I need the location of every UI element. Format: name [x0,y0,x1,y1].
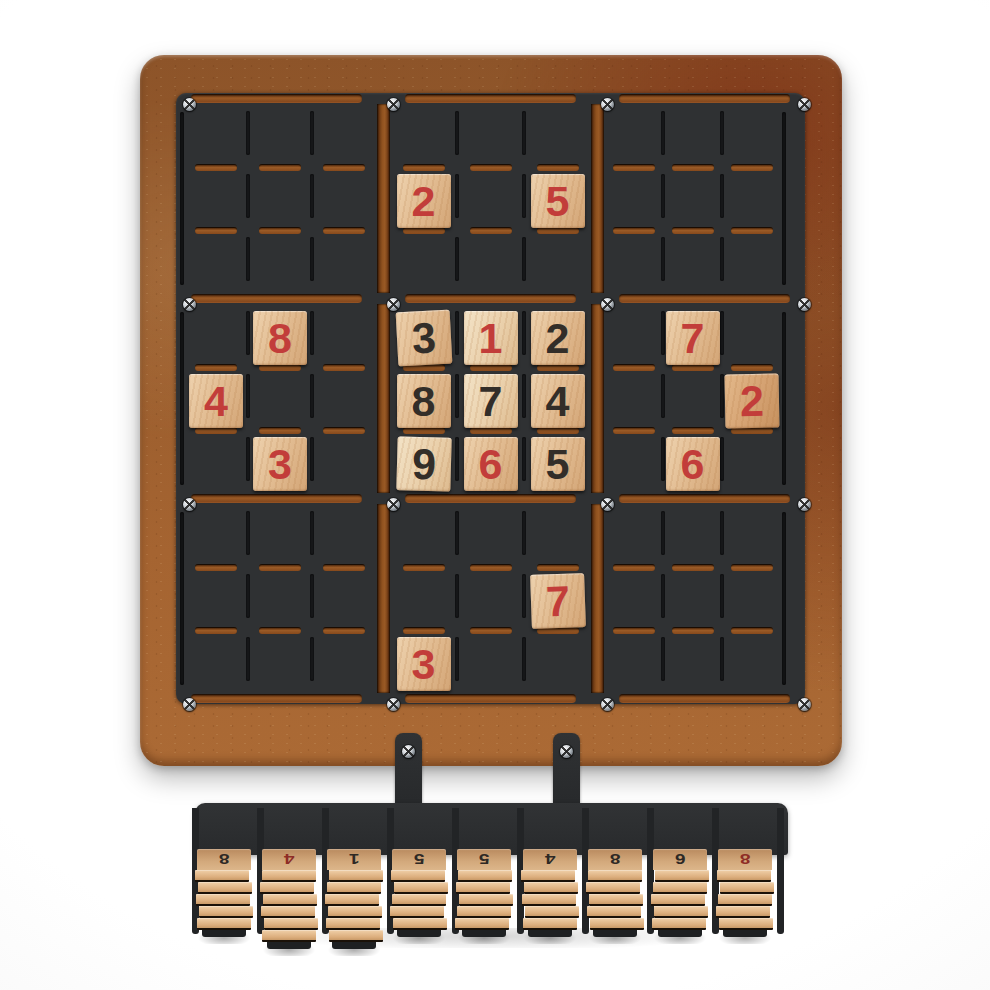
stack-tile-edge [655,870,709,882]
tile-digit: 7 [681,317,705,360]
cell-r9c3[interactable] [312,630,376,693]
stack-tile-edge [590,918,644,930]
cell-r8c7[interactable] [604,567,663,630]
cell-r5c8[interactable] [663,367,722,430]
wood-strip [191,294,362,303]
tile-2-r5c9[interactable]: 2 [724,374,779,429]
box-2-2: 312874965 [390,304,591,493]
cell-r6c3[interactable] [312,430,376,493]
stack-top-tile[interactable]: 5 [457,849,511,870]
cell-r8c1[interactable] [184,567,248,630]
cell-r7c7[interactable] [604,504,663,567]
stack-foot [593,930,637,937]
board-insert: 2584331287496572673 [176,93,805,704]
stack-foot [397,930,441,937]
cell-r2c2[interactable] [248,167,312,230]
screw [183,98,196,111]
cell-r6c9[interactable] [722,430,781,493]
tray-stack-4-digit-5[interactable]: 5 [392,849,446,937]
cell-r8c2[interactable] [248,567,312,630]
edge-slot [782,312,786,485]
tile-2-r2c4[interactable]: 2 [397,174,451,228]
tray-stack-1-digit-8[interactable]: 8 [197,849,251,937]
cell-r9c4[interactable]: 3 [390,630,457,693]
cell-r5c1[interactable]: 4 [184,367,248,430]
stack-tile-edge [328,906,382,918]
cell-r4c4[interactable]: 3 [390,304,457,367]
screw [560,745,573,758]
wood-strip [619,94,790,103]
cell-r5c9[interactable]: 2 [722,367,781,430]
stack-tile-edge [195,870,249,882]
stack-tile-edge [329,870,383,882]
stack-tile-edge [391,870,445,882]
wood-strip [191,494,362,503]
cell-r9c5[interactable] [457,630,524,693]
stack-top-tile[interactable]: 8 [588,849,642,870]
edge-slot [782,112,786,285]
cell-r1c3[interactable] [312,104,376,167]
cell-r8c8[interactable] [663,567,722,630]
board-frame: 2584331287496572673 [140,55,842,766]
stack-top-tile[interactable]: 4 [262,849,316,870]
tile-7-r5c5[interactable]: 7 [464,374,518,428]
cell-r8c3[interactable] [312,567,376,630]
stack-tile-edge [652,918,706,930]
screw [601,298,614,311]
stack-tile-edge [525,906,579,918]
stack-tile-edge [261,906,315,918]
tile-digit: 9 [411,442,436,486]
cell-r2c6[interactable]: 5 [524,167,591,230]
tile-4-r5c6[interactable]: 4 [531,374,585,428]
tile-8-r4c2[interactable]: 8 [253,311,307,365]
wood-strip [405,94,576,103]
cell-r7c9[interactable] [722,504,781,567]
cell-r8c4[interactable] [390,567,457,630]
screw [387,498,400,511]
stack-tile-edge [262,930,316,942]
stack-top-tile[interactable]: 8 [718,849,772,870]
stack-top-digit: 1 [349,852,360,867]
stack-tile-edge [654,906,708,918]
cell-r2c8[interactable] [663,167,722,230]
cell-r9c9[interactable] [722,630,781,693]
cell-r2c1[interactable] [184,167,248,230]
cell-r2c4[interactable]: 2 [390,167,457,230]
cell-r3c3[interactable] [312,230,376,293]
box-2-3: 726 [604,304,805,493]
tray-stack-5-digit-5[interactable]: 5 [457,849,511,937]
screw [387,98,400,111]
cell-r9c6[interactable] [524,630,591,693]
strip-row-2 [176,293,805,304]
tile-3-r6c2[interactable]: 3 [253,437,307,491]
tile-tray [195,803,788,855]
cell-r1c1[interactable] [184,104,248,167]
stack-tile-edge [326,918,380,930]
tile-1-r4c5[interactable]: 1 [464,311,518,365]
stack-tile-edge [327,882,381,894]
tile-7-r4c8[interactable]: 7 [666,311,720,365]
tile-5-r6c6[interactable]: 5 [531,437,585,491]
screw [798,298,811,311]
wood-gap [377,104,390,293]
stack-tile-edge [588,870,642,882]
cell-r7c3[interactable] [312,504,376,567]
stack-foot [267,942,311,949]
tile-digit: 8 [268,317,292,360]
strip-row-4 [176,693,805,704]
scene: 2584331287496572673 841554868 [0,0,990,990]
screw [601,498,614,511]
stack-foot [462,930,506,937]
stack-tile-edge [263,894,317,906]
cell-r6c5[interactable]: 6 [457,430,524,493]
cell-r9c2[interactable] [248,630,312,693]
stack-tile-edge [459,894,513,906]
box-3-3 [604,504,805,693]
stack-tile-edge [394,882,448,894]
stack-tile-edge [586,882,640,894]
cell-r2c3[interactable] [312,167,376,230]
wood-gap [591,304,604,493]
strip-row-1 [176,93,805,104]
stack-top-tile[interactable]: 1 [327,849,381,870]
cell-r5c2[interactable] [248,367,312,430]
stack-tile-edge [262,870,316,882]
stack-top-digit: 8 [219,852,230,867]
stack-tile-edge [455,918,509,930]
box-3-1 [176,504,377,693]
cell-r7c8[interactable] [663,504,722,567]
tile-6-r6c8[interactable]: 6 [666,437,720,491]
cell-r4c1[interactable] [184,304,248,367]
tile-digit: 3 [268,443,292,486]
cell-r8c6[interactable]: 7 [524,567,591,630]
wood-strip [405,694,576,703]
cell-r4c5[interactable]: 1 [457,304,524,367]
stack-foot [658,930,702,937]
stack-tile-edge [456,882,510,894]
cell-r5c4[interactable]: 8 [390,367,457,430]
tile-digit: 8 [412,380,436,423]
tile-6-r6c5[interactable]: 6 [464,437,518,491]
stack-foot [528,930,572,937]
screw [798,498,811,511]
stack-tile-edge [521,870,575,882]
cell-r4c2[interactable]: 8 [248,304,312,367]
stack-tile-edge [717,870,771,882]
screw [402,745,415,758]
tile-3-r4c4[interactable]: 3 [395,310,452,367]
stack-top-tile[interactable]: 6 [653,849,707,870]
wood-strip [619,294,790,303]
cell-r3c5[interactable] [457,230,524,293]
cell-r8c5[interactable] [457,567,524,630]
stack-tile-edge [589,894,643,906]
tile-digit: 2 [546,317,570,360]
stack-tile-edge [199,906,253,918]
stack-tile-edge [264,918,318,930]
wood-strip [191,94,362,103]
wood-strip [619,694,790,703]
band-1: 25 [176,104,805,293]
wood-strip [405,494,576,503]
tray-stack-2-digit-4[interactable]: 4 [262,849,316,949]
cell-r6c1[interactable] [184,430,248,493]
cell-r1c2[interactable] [248,104,312,167]
stack-top-tile[interactable]: 8 [197,849,251,870]
wood-strip [405,294,576,303]
tray-stack-6-digit-4[interactable]: 4 [523,849,577,937]
tile-7-r8c6[interactable]: 7 [530,573,586,629]
cell-r3c2[interactable] [248,230,312,293]
stack-tile-edge [651,894,705,906]
screw [798,98,811,111]
screw [601,698,614,711]
stack-tile-edge [719,918,773,930]
cell-r7c1[interactable] [184,504,248,567]
tile-digit: 2 [739,379,764,422]
stack-foot [332,942,376,949]
stack-tile-edge [392,894,446,906]
tray-stack-7-digit-8[interactable]: 8 [588,849,642,937]
stack-foot [723,930,767,937]
screw [183,498,196,511]
cell-r6c7[interactable] [604,430,663,493]
cell-r9c8[interactable] [663,630,722,693]
stack-tile-edge [325,894,379,906]
stack-tile-edge [458,870,512,882]
cell-r1c7[interactable] [604,104,663,167]
cell-r1c8[interactable] [663,104,722,167]
cell-r3c7[interactable] [604,230,663,293]
wood-gap [591,104,604,293]
wood-strip [619,494,790,503]
stack-tile-edge [260,882,314,894]
cell-r1c6[interactable] [524,104,591,167]
cell-r1c4[interactable] [390,104,457,167]
cell-r9c1[interactable] [184,630,248,693]
wood-strip [191,694,362,703]
cell-r1c9[interactable] [722,104,781,167]
cell-r4c9[interactable] [722,304,781,367]
stack-top-digit: 5 [414,852,425,867]
box-2-1: 843 [176,304,377,493]
tile-digit: 7 [545,579,570,623]
stack-tile-edge [393,918,447,930]
tile-digit: 1 [479,317,503,360]
stack-top-digit: 5 [479,852,490,867]
stack-tile-edge [523,918,577,930]
cell-r1c5[interactable] [457,104,524,167]
box-1-3 [604,104,805,293]
cell-r5c7[interactable] [604,367,663,430]
tile-digit: 5 [546,443,570,486]
cell-r4c3[interactable] [312,304,376,367]
cell-r5c6[interactable]: 4 [524,367,591,430]
stack-top-tile[interactable]: 4 [523,849,577,870]
strip-row-3 [176,493,805,504]
wood-gap [591,504,604,693]
cell-r7c5[interactable] [457,504,524,567]
stack-top-digit: 8 [740,852,751,867]
tile-3-r9c4[interactable]: 3 [397,637,451,691]
cell-r4c7[interactable] [604,304,663,367]
cell-r7c2[interactable] [248,504,312,567]
stack-tile-edge [198,882,252,894]
cell-r2c5[interactable] [457,167,524,230]
tile-2-r4c6[interactable]: 2 [531,311,585,365]
tile-digit: 3 [410,316,436,360]
wood-gap [377,504,390,693]
tile-digit: 4 [546,380,570,423]
cell-r5c5[interactable]: 7 [457,367,524,430]
cell-r6c6[interactable]: 5 [524,430,591,493]
tile-5-r2c6[interactable]: 5 [531,174,585,228]
tray-stack-9-digit-8[interactable]: 8 [718,849,772,937]
tile-digit: 4 [204,380,228,423]
stack-tile-edge [716,906,770,918]
screw [183,298,196,311]
stack-tile-edge [587,906,641,918]
cell-r5c3[interactable] [312,367,376,430]
stack-foot [202,930,246,937]
cell-r3c4[interactable] [390,230,457,293]
cell-r3c8[interactable] [663,230,722,293]
wood-gap [377,304,390,493]
tile-digit: 3 [412,643,436,686]
stack-tile-edge [524,882,578,894]
cell-r3c1[interactable] [184,230,248,293]
cell-r6c2[interactable]: 3 [248,430,312,493]
cell-r2c7[interactable] [604,167,663,230]
cell-r4c6[interactable]: 2 [524,304,591,367]
screw [183,698,196,711]
screw [387,698,400,711]
box-1-2: 25 [390,104,591,293]
cell-r6c4[interactable]: 9 [390,430,457,493]
stack-top-digit: 8 [610,852,621,867]
band-3: 73 [176,504,805,693]
edge-slot [782,512,786,685]
tile-digit: 5 [546,180,570,223]
stack-tile-edge [718,894,772,906]
tile-digit: 2 [412,180,436,223]
cell-r3c9[interactable] [722,230,781,293]
cell-r9c7[interactable] [604,630,663,693]
stack-tile-edge [522,894,576,906]
cell-r7c6[interactable] [524,504,591,567]
tile-digit: 7 [479,380,503,423]
stack-tile-edge [457,906,511,918]
screw [601,98,614,111]
band-2: 843312874965726 [176,304,805,493]
tile-9-r6c4[interactable]: 9 [396,436,451,491]
screw [798,698,811,711]
cell-r2c9[interactable] [722,167,781,230]
tile-digit: 6 [681,443,705,486]
box-1-1 [176,104,377,293]
cell-r4c8[interactable]: 7 [663,304,722,367]
cell-r6c8[interactable]: 6 [663,430,722,493]
tray-divider [777,808,784,934]
cell-r8c9[interactable] [722,567,781,630]
stack-top-digit: 4 [284,852,295,867]
stack-top-digit: 6 [675,852,686,867]
stack-top-tile[interactable]: 5 [392,849,446,870]
tile-4-r5c1[interactable]: 4 [189,374,243,428]
box-3-2: 73 [390,504,591,693]
tile-8-r5c4[interactable]: 8 [397,374,451,428]
cell-r7c4[interactable] [390,504,457,567]
tray-stack-8-digit-6[interactable]: 6 [653,849,707,937]
cell-r3c6[interactable] [524,230,591,293]
screw [387,298,400,311]
stack-tile-edge [390,906,444,918]
stack-tile-edge [196,894,250,906]
stack-top-digit: 4 [545,852,556,867]
tray-hanger-tab-left [395,733,422,809]
tray-stack-3-digit-1[interactable]: 1 [327,849,381,949]
stack-tile-edge [653,882,707,894]
tray-hanger-tab-right [553,733,580,809]
tile-digit: 6 [479,443,503,486]
stack-tile-edge [720,882,774,894]
stack-tile-edge [197,918,251,930]
stack-tile-edge [329,930,383,942]
